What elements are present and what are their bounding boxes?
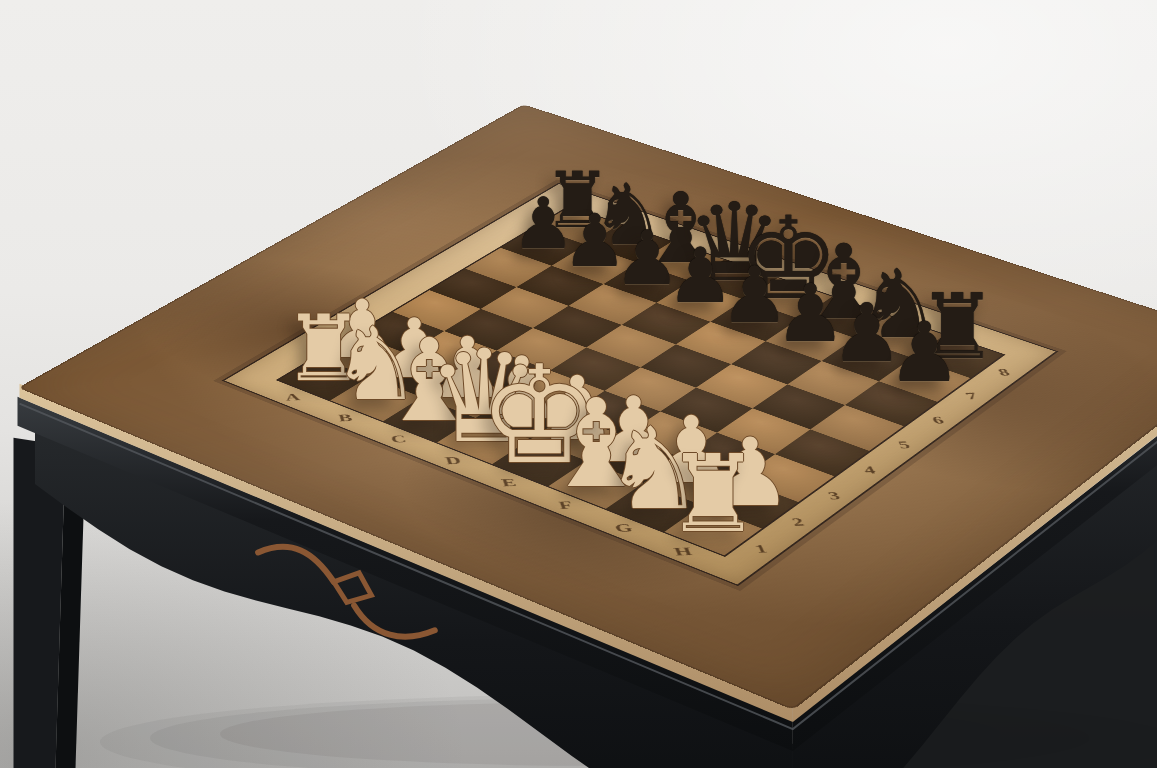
file-label-b: B bbox=[337, 412, 354, 424]
tabletop-perspective-wrap: A1B2C3D4E5F6G7H8 bbox=[0, 0, 1157, 751]
rank-label-6: 6 bbox=[930, 414, 947, 426]
rank-label-8: 8 bbox=[996, 367, 1013, 378]
rank-label-4: 4 bbox=[861, 464, 878, 476]
file-label-h: H bbox=[672, 545, 694, 559]
rank-label-7: 7 bbox=[963, 390, 980, 402]
file-label-g: G bbox=[613, 522, 635, 535]
chess-table-scene: A1B2C3D4E5F6G7H8 ♜♞♝♛♚♝♞♜♟♟♟♟♟♟♟♟♟♟♟♟♟♟♟… bbox=[0, 0, 1157, 768]
tabletop-burl-surface: A1B2C3D4E5F6G7H8 bbox=[18, 104, 1157, 710]
file-label-c: C bbox=[389, 433, 408, 445]
file-label-f: F bbox=[557, 499, 575, 512]
chess-board-grid bbox=[276, 206, 1006, 557]
board-coordinate-band: A1B2C3D4E5F6G7H8 bbox=[222, 183, 1059, 586]
rank-label-1: 1 bbox=[753, 542, 770, 555]
file-label-d: D bbox=[444, 454, 463, 466]
rank-label-3: 3 bbox=[826, 489, 843, 502]
corner-marker-h1 bbox=[791, 708, 794, 710]
file-label-a: A bbox=[284, 391, 302, 403]
rank-label-2: 2 bbox=[790, 516, 807, 529]
corner-marker-a8 bbox=[522, 104, 524, 105]
rank-label-5: 5 bbox=[896, 439, 913, 451]
corner-marker-a1 bbox=[18, 387, 21, 388]
file-label-e: E bbox=[500, 476, 518, 489]
